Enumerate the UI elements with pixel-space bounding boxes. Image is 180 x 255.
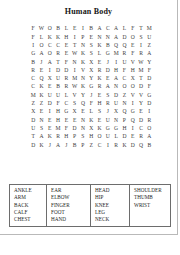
grid-cell-r11c15: I xyxy=(145,108,153,116)
grid-cell-r7c9: K xyxy=(95,75,103,83)
grid-cell-r7c10: E xyxy=(104,75,112,83)
grid-cell-r6c15: F xyxy=(145,66,153,74)
word-search-grid: FWOBLEIBACALFTMFLKKHIPENNADOSUIOCCETNSKB… xyxy=(29,25,153,149)
grid-cell-r7c5: R xyxy=(62,75,70,83)
grid-cell-r6c9: R xyxy=(95,66,103,74)
grid-cell-r10c2: Z xyxy=(37,100,45,108)
grid-cell-r3c1: I xyxy=(29,42,37,50)
grid-cell-r1c4: B xyxy=(54,25,62,33)
grid-cell-r4c8: S xyxy=(87,50,95,58)
grid-cell-r5c15: Y xyxy=(145,58,153,66)
grid-cell-r5c14: W xyxy=(137,58,145,66)
grid-cell-r14c9: O xyxy=(95,133,103,141)
grid-cell-r15c8: Z xyxy=(87,141,95,149)
grid-cell-r8c7: K xyxy=(79,83,87,91)
grid-cell-r10c11: U xyxy=(112,100,120,108)
grid-cell-r4c11: M xyxy=(112,50,120,58)
grid-cell-r8c4: B xyxy=(54,83,62,91)
grid-cell-r8c5: R xyxy=(62,83,70,91)
grid-cell-r3c10: B xyxy=(104,42,112,50)
grid-cell-r13c2: S xyxy=(37,125,45,133)
grid-cell-r4c5: E xyxy=(62,50,70,58)
grid-cell-r3c9: K xyxy=(95,42,103,50)
grid-cell-r1c3: O xyxy=(46,25,54,33)
word-list-box: ANKLEARMBACKCALFCHESTEARELBOWFINGERFOOTH… xyxy=(9,184,171,227)
grid-cell-r14c5: H xyxy=(62,133,70,141)
grid-cell-r1c6: E xyxy=(70,25,78,33)
grid-cell-r8c12: O xyxy=(120,83,128,91)
worksheet-page: Human Body FWOBLEIBACALFTMFLKKHIPENNADOS… xyxy=(0,0,178,235)
word-list-item: KNEE xyxy=(95,202,129,209)
grid-cell-r5c7: K xyxy=(79,58,87,66)
grid-cell-r6c14: M xyxy=(137,66,145,74)
grid-cell-r7c4: U xyxy=(54,75,62,83)
grid-cell-r7c3: X xyxy=(46,75,54,83)
grid-cell-r15c11: R xyxy=(112,141,120,149)
grid-cell-r15c3: J xyxy=(46,141,54,149)
grid-cell-r8c10: A xyxy=(104,83,112,91)
grid-cell-r11c2: E xyxy=(37,108,45,116)
word-list-item: ARM xyxy=(14,194,46,201)
grid-cell-r8c11: N xyxy=(112,83,120,91)
grid-cell-r12c9: E xyxy=(95,116,103,124)
word-list-item: HEAD xyxy=(95,187,129,194)
word-list-item: CHEST xyxy=(14,216,46,223)
grid-cell-r14c7: S xyxy=(79,133,87,141)
grid-cell-r15c2: K xyxy=(37,141,45,149)
grid-cell-r8c6: W xyxy=(70,83,78,91)
grid-cell-r11c3: I xyxy=(46,108,54,116)
grid-cell-r10c7: Q xyxy=(79,100,87,108)
grid-cell-r6c2: E xyxy=(37,66,45,74)
grid-cell-r10c12: N xyxy=(120,100,128,108)
grid-cell-r3c7: N xyxy=(79,42,87,50)
grid-cell-r6c7: V xyxy=(79,66,87,74)
grid-cell-r6c11: H xyxy=(112,66,120,74)
grid-cell-r12c14: D xyxy=(137,116,145,124)
grid-cell-r5c9: E xyxy=(95,58,103,66)
grid-cell-r14c2: A xyxy=(37,133,45,141)
grid-cell-r1c12: L xyxy=(120,25,128,33)
word-list-item: BACK xyxy=(14,202,46,209)
grid-cell-r8c13: O xyxy=(129,83,137,91)
grid-cell-r9c9: E xyxy=(95,91,103,99)
grid-cell-r13c14: C xyxy=(137,125,145,133)
grid-cell-r5c5: F xyxy=(62,58,70,66)
grid-cell-r10c10: R xyxy=(104,100,112,108)
grid-cell-r12c2: N xyxy=(37,116,45,124)
grid-cell-r10c5: C xyxy=(62,100,70,108)
word-list-item: FINGER xyxy=(51,202,90,209)
grid-cell-r7c8: Y xyxy=(87,75,95,83)
word-list-item: EAR xyxy=(51,187,90,194)
grid-cell-r14c13: E xyxy=(129,133,137,141)
grid-cell-r11c7: E xyxy=(79,108,87,116)
grid-cell-r2c13: O xyxy=(129,33,137,41)
grid-cell-r8c9: R xyxy=(95,83,103,91)
grid-cell-r2c9: N xyxy=(95,33,103,41)
grid-cell-r15c6: B xyxy=(70,141,78,149)
grid-cell-r3c5: E xyxy=(62,42,70,50)
word-list-item: ELBOW xyxy=(51,194,90,201)
grid-cell-r6c10: D xyxy=(104,66,112,74)
grid-cell-r2c3: K xyxy=(46,33,54,41)
grid-cell-r2c7: P xyxy=(79,33,87,41)
grid-cell-r14c6: P xyxy=(70,133,78,141)
word-list-item: HIP xyxy=(95,194,129,201)
grid-cell-r9c4: U xyxy=(54,91,62,99)
grid-cell-r4c6: W xyxy=(70,50,78,58)
grid-cell-r12c11: N xyxy=(112,116,120,124)
grid-cell-r11c14: E xyxy=(137,108,145,116)
grid-cell-r10c1: Z xyxy=(29,100,37,108)
grid-cell-r13c12: H xyxy=(120,125,128,133)
grid-cell-r6c5: D xyxy=(62,66,70,74)
grid-cell-r3c3: C xyxy=(46,42,54,50)
grid-cell-r4c3: O xyxy=(46,50,54,58)
grid-cell-r5c8: X xyxy=(87,58,95,66)
grid-cell-r2c4: K xyxy=(54,33,62,41)
grid-cell-r5c11: I xyxy=(112,58,120,66)
grid-cell-r4c14: R xyxy=(137,50,145,58)
grid-cell-r13c13: I xyxy=(129,125,137,133)
word-list-column-1: ANKLEARMBACKCALFCHEST xyxy=(10,185,47,226)
grid-cell-r11c5: G xyxy=(62,108,70,116)
grid-cell-r15c15: B xyxy=(145,141,153,149)
grid-cell-r1c5: L xyxy=(62,25,70,33)
grid-cell-r2c8: E xyxy=(87,33,95,41)
grid-cell-r3c14: I xyxy=(137,42,145,50)
grid-cell-r11c11: X xyxy=(112,108,120,116)
grid-cell-r14c12: D xyxy=(120,133,128,141)
grid-cell-r5c10: J xyxy=(104,58,112,66)
grid-cell-r4c15: A xyxy=(145,50,153,58)
grid-cell-r2c12: D xyxy=(120,33,128,41)
grid-cell-r2c15: U xyxy=(145,33,153,41)
grid-cell-r5c3: A xyxy=(46,58,54,66)
grid-cell-r15c1: D xyxy=(29,141,37,149)
grid-cell-r15c12: K xyxy=(120,141,128,149)
grid-cell-r6c13: H xyxy=(129,66,137,74)
grid-cell-r9c1: M xyxy=(29,91,37,99)
grid-cell-r7c15: D xyxy=(145,75,153,83)
grid-cell-r12c4: H xyxy=(54,116,62,124)
grid-cell-r14c1: T xyxy=(29,133,37,141)
grid-cell-r15c9: C xyxy=(95,141,103,149)
grid-cell-r2c1: F xyxy=(29,33,37,41)
grid-cell-r7c14: T xyxy=(137,75,145,83)
word-list-column-2: EARELBOWFINGERFOOTHAND xyxy=(47,185,91,226)
grid-cell-r2c14: S xyxy=(137,33,145,41)
grid-cell-r4c7: K xyxy=(79,50,87,58)
grid-cell-r4c13: F xyxy=(129,50,137,58)
word-list-item: SHOULDER xyxy=(134,187,170,194)
grid-cell-r7c2: Q xyxy=(37,75,45,83)
grid-cell-r7c11: A xyxy=(112,75,120,83)
grid-cell-r10c8: F xyxy=(87,100,95,108)
grid-cell-r9c5: L xyxy=(62,91,70,99)
grid-cell-r14c4: R xyxy=(54,133,62,141)
grid-cell-r6c3: I xyxy=(46,66,54,74)
word-list-column-3: HEADHIPKNEELEGNECK xyxy=(91,185,130,226)
grid-cell-r8c14: D xyxy=(137,83,145,91)
grid-cell-r10c4: F xyxy=(54,100,62,108)
grid-cell-r13c10: G xyxy=(104,125,112,133)
grid-cell-r9c15: G xyxy=(145,91,153,99)
grid-cell-r4c4: R xyxy=(54,50,62,58)
grid-cell-r3c4: C xyxy=(54,42,62,50)
grid-cell-r2c6: I xyxy=(70,33,78,41)
grid-cell-r12c1: D xyxy=(29,116,37,124)
word-list-item: WRIST xyxy=(134,202,170,209)
grid-cell-r1c2: W xyxy=(37,25,45,33)
grid-cell-r3c2: O xyxy=(37,42,45,50)
grid-cell-r3c15: Z xyxy=(145,42,153,50)
grid-cell-r7c13: X xyxy=(129,75,137,83)
grid-cell-r12c13: Q xyxy=(129,116,137,124)
word-list-item: THUMB xyxy=(134,194,170,201)
grid-cell-r11c6: X xyxy=(70,108,78,116)
grid-cell-r9c11: D xyxy=(112,91,120,99)
grid-cell-r3c11: Q xyxy=(112,42,120,50)
grid-cell-r7c6: M xyxy=(70,75,78,83)
grid-cell-r12c12: P xyxy=(120,116,128,124)
grid-cell-r13c4: M xyxy=(54,125,62,133)
grid-cell-r12c10: U xyxy=(104,116,112,124)
grid-cell-r8c3: E xyxy=(46,83,54,91)
grid-cell-r1c8: B xyxy=(87,25,95,33)
grid-cell-r1c9: A xyxy=(95,25,103,33)
grid-cell-r10c15: D xyxy=(145,100,153,108)
grid-cell-r6c1: R xyxy=(29,66,37,74)
grid-cell-r13c7: N xyxy=(79,125,87,133)
grid-cell-r5c1: B xyxy=(29,58,37,66)
grid-cell-r14c11: L xyxy=(112,133,120,141)
word-list-item: CALF xyxy=(14,209,46,216)
grid-cell-r3c13: E xyxy=(129,42,137,50)
grid-cell-r4c1: G xyxy=(29,50,37,58)
grid-cell-r6c12: F xyxy=(120,66,128,74)
grid-cell-r1c11: A xyxy=(112,25,120,33)
grid-cell-r9c13: V xyxy=(129,91,137,99)
grid-cell-r9c10: S xyxy=(104,91,112,99)
grid-cell-r11c10: J xyxy=(104,108,112,116)
grid-cell-r4c12: R xyxy=(120,50,128,58)
grid-cell-r10c3: D xyxy=(46,100,54,108)
grid-cell-r8c1: C xyxy=(29,83,37,91)
grid-cell-r13c11: G xyxy=(112,125,120,133)
grid-cell-r5c6: N xyxy=(70,58,78,66)
grid-cell-r12c5: E xyxy=(62,116,70,124)
word-list-item: FOOT xyxy=(51,209,90,216)
grid-cell-r14c15: A xyxy=(145,133,153,141)
grid-cell-r12c7: N xyxy=(79,116,87,124)
grid-cell-r14c10: U xyxy=(104,133,112,141)
grid-cell-r6c8: X xyxy=(87,66,95,74)
grid-cell-r3c8: S xyxy=(87,42,95,50)
grid-cell-r9c14: V xyxy=(137,91,145,99)
grid-cell-r13c9: K xyxy=(95,125,103,133)
grid-cell-r2c2: L xyxy=(37,33,45,41)
grid-cell-r13c1: U xyxy=(29,125,37,133)
grid-cell-r12c8: K xyxy=(87,116,95,124)
grid-cell-r1c1: F xyxy=(29,25,37,33)
grid-cell-r9c2: K xyxy=(37,91,45,99)
grid-cell-r5c12: U xyxy=(120,58,128,66)
grid-cell-r7c12: C xyxy=(120,75,128,83)
grid-cell-r11c13: G xyxy=(129,108,137,116)
grid-cell-r1c13: F xyxy=(129,25,137,33)
grid-cell-r15c10: I xyxy=(104,141,112,149)
grid-cell-r9c3: U xyxy=(46,91,54,99)
grid-cell-r1c10: C xyxy=(104,25,112,33)
grid-cell-r11c8: L xyxy=(87,108,95,116)
word-list-item: NECK xyxy=(95,216,129,223)
grid-cell-r9c7: Y xyxy=(79,91,87,99)
grid-cell-r4c2: A xyxy=(37,50,45,58)
grid-cell-r4c10: G xyxy=(104,50,112,58)
grid-cell-r8c2: K xyxy=(37,83,45,91)
grid-cell-r1c15: M xyxy=(145,25,153,33)
grid-cell-r4c9: L xyxy=(95,50,103,58)
grid-cell-r6c4: D xyxy=(54,66,62,74)
grid-cell-r13c8: X xyxy=(87,125,95,133)
grid-cell-r15c7: P xyxy=(79,141,87,149)
grid-cell-r1c14: T xyxy=(137,25,145,33)
grid-cell-r6c6: I xyxy=(70,66,78,74)
grid-cell-r12c6: E xyxy=(70,116,78,124)
word-list-item: HAND xyxy=(51,216,90,223)
grid-cell-r7c1: C xyxy=(29,75,37,83)
grid-cell-r2c5: H xyxy=(62,33,70,41)
grid-cell-r11c12: Q xyxy=(120,108,128,116)
grid-cell-r8c15: F xyxy=(145,83,153,91)
grid-cell-r9c8: J xyxy=(87,91,95,99)
grid-cell-r2c10: N xyxy=(104,33,112,41)
grid-cell-r8c8: G xyxy=(87,83,95,91)
grid-cell-r13c15: O xyxy=(145,125,153,133)
grid-cell-r14c3: K xyxy=(46,133,54,141)
word-list-item: LEG xyxy=(95,209,129,216)
grid-cell-r11c9: S xyxy=(95,108,103,116)
grid-cell-r2c11: A xyxy=(112,33,120,41)
grid-cell-r13c5: F xyxy=(62,125,70,133)
grid-cell-r13c6: D xyxy=(70,125,78,133)
grid-cell-r15c13: D xyxy=(129,141,137,149)
grid-cell-r5c4: T xyxy=(54,58,62,66)
grid-cell-r12c15: R xyxy=(145,116,153,124)
grid-cell-r12c3: E xyxy=(46,116,54,124)
grid-cell-r3c6: T xyxy=(70,42,78,50)
grid-cell-r5c2: J xyxy=(37,58,45,66)
grid-cell-r9c6: V xyxy=(70,91,78,99)
grid-cell-r15c4: A xyxy=(54,141,62,149)
word-list-column-4: SHOULDERTHUMBWRIST xyxy=(130,185,170,226)
grid-cell-r10c6: S xyxy=(70,100,78,108)
word-list-item: ANKLE xyxy=(14,187,46,194)
grid-cell-r7c7: N xyxy=(79,75,87,83)
grid-cell-r10c13: I xyxy=(129,100,137,108)
grid-cell-r13c3: E xyxy=(46,125,54,133)
grid-cell-r11c1: X xyxy=(29,108,37,116)
grid-cell-r14c8: H xyxy=(87,133,95,141)
grid-cell-r3c12: Q xyxy=(120,42,128,50)
puzzle-title: Human Body xyxy=(0,7,177,16)
grid-cell-r14c14: R xyxy=(137,133,145,141)
grid-cell-r15c5: J xyxy=(62,141,70,149)
grid-cell-r10c9: H xyxy=(95,100,103,108)
grid-cell-r5c13: V xyxy=(129,58,137,66)
grid-cell-r15c14: Q xyxy=(137,141,145,149)
grid-cell-r1c7: I xyxy=(79,25,87,33)
grid-cell-r11c4: H xyxy=(54,108,62,116)
grid-cell-r10c14: Y xyxy=(137,100,145,108)
grid-cell-r9c12: Z xyxy=(120,91,128,99)
